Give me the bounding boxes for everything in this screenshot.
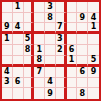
cell-r4c4[interactable] (34, 34, 45, 45)
cell-r5c8[interactable] (77, 45, 88, 56)
cell-r3c2[interactable]: 4 (13, 23, 24, 34)
cell-r8c9[interactable] (88, 78, 99, 89)
cell-r1c2[interactable]: 1 (13, 2, 24, 13)
cell-r8c3[interactable] (24, 78, 35, 89)
cell-r3c3[interactable] (24, 23, 35, 34)
cell-r5c2[interactable] (13, 45, 24, 56)
cell-r7c6[interactable] (56, 67, 67, 78)
cell-r6c4[interactable]: 8 (34, 56, 45, 67)
cell-r1c9[interactable] (88, 2, 99, 13)
cell-r8c7[interactable] (67, 78, 78, 89)
cell-r8c1[interactable]: 3 (2, 78, 13, 89)
cell-r3c4[interactable] (34, 23, 45, 34)
cell-r9c7[interactable] (67, 88, 78, 99)
cell-r3c8[interactable] (77, 23, 88, 34)
cell-r1c5[interactable]: 3 (45, 2, 56, 13)
cell-r3c5[interactable] (45, 23, 56, 34)
cell-r8c8[interactable] (77, 78, 88, 89)
cell-r3c7[interactable] (67, 23, 78, 34)
cell-r4c6[interactable]: 3 (56, 34, 67, 45)
cell-r9c8[interactable]: 8 (77, 88, 88, 99)
cell-r6c6[interactable] (56, 56, 67, 67)
cell-r5c1[interactable] (2, 45, 13, 56)
cell-r6c8[interactable] (77, 56, 88, 67)
cell-r4c3[interactable]: 5 (24, 34, 35, 45)
cell-r1c6[interactable] (56, 2, 67, 13)
cell-r7c1[interactable]: 4 (2, 67, 13, 78)
cell-r6c3[interactable] (24, 56, 35, 67)
cell-r2c7[interactable] (67, 13, 78, 24)
cell-r4c8[interactable] (77, 34, 88, 45)
cell-r1c3[interactable] (24, 2, 35, 13)
cell-r4c1[interactable]: 1 (2, 34, 13, 45)
cell-r5c3[interactable]: 8 (24, 45, 35, 56)
cell-r7c5[interactable] (45, 67, 56, 78)
cell-r5c6[interactable]: 2 (56, 45, 67, 56)
cell-r9c2[interactable] (13, 88, 24, 99)
cell-r9c3[interactable] (24, 88, 35, 99)
cell-r4c5[interactable] (45, 34, 56, 45)
cell-r7c4[interactable]: 7 (34, 67, 45, 78)
cell-r6c9[interactable]: 5 (88, 56, 99, 67)
cell-r4c9[interactable] (88, 34, 99, 45)
cell-r4c7[interactable] (67, 34, 78, 45)
cell-r9c6[interactable] (56, 88, 67, 99)
cell-r8c5[interactable]: 4 (45, 78, 56, 89)
cell-r6c5[interactable] (45, 56, 56, 67)
cell-r2c3[interactable] (24, 13, 35, 24)
cell-r1c8[interactable] (77, 2, 88, 13)
cell-r8c2[interactable]: 6 (13, 78, 24, 89)
cell-r2c8[interactable]: 9 (77, 13, 88, 24)
cell-r3c6[interactable]: 7 (56, 23, 67, 34)
cell-r1c7[interactable] (67, 2, 78, 13)
cell-r3c9[interactable]: 1 (88, 23, 99, 34)
cell-r3c1[interactable]: 9 (2, 23, 13, 34)
cell-r7c2[interactable] (13, 67, 24, 78)
cell-r9c1[interactable] (2, 88, 13, 99)
cell-r9c4[interactable] (34, 88, 45, 99)
sudoku-board: 1389494711538126815476936498 (0, 0, 101, 101)
cell-r6c1[interactable] (2, 56, 13, 67)
cell-r8c6[interactable] (56, 78, 67, 89)
cell-r6c2[interactable] (13, 56, 24, 67)
cell-r7c3[interactable] (24, 67, 35, 78)
cell-r7c8[interactable]: 6 (77, 67, 88, 78)
cell-r7c9[interactable]: 9 (88, 67, 99, 78)
cell-r2c4[interactable] (34, 13, 45, 24)
cell-r4c2[interactable] (13, 34, 24, 45)
cell-r2c5[interactable]: 8 (45, 13, 56, 24)
cell-r8c4[interactable] (34, 78, 45, 89)
cell-r7c7[interactable] (67, 67, 78, 78)
cell-r9c9[interactable] (88, 88, 99, 99)
cell-r5c5[interactable] (45, 45, 56, 56)
cell-r6c7[interactable]: 1 (67, 56, 78, 67)
cell-r1c1[interactable] (2, 2, 13, 13)
cell-r1c4[interactable] (34, 2, 45, 13)
cell-r9c5[interactable]: 9 (45, 88, 56, 99)
